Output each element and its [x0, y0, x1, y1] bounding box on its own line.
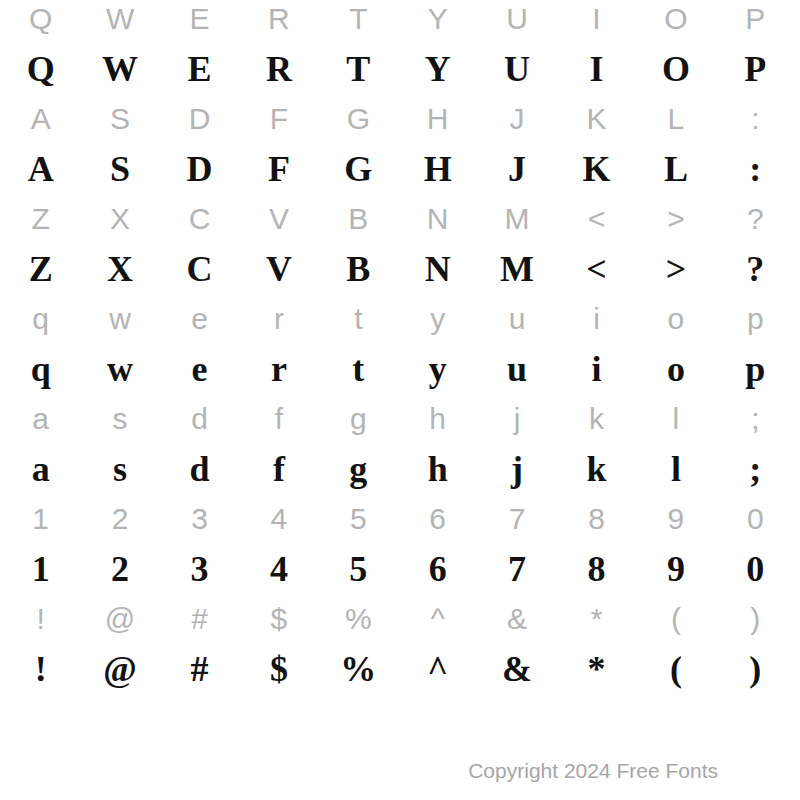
- char-cell-black-r5-c6: M: [477, 244, 556, 294]
- char-cell-black-r11-c5: 6: [398, 544, 477, 594]
- char-cell-black-r11-c4: 5: [319, 544, 398, 594]
- char-cell-black-r5-c5: N: [398, 244, 477, 294]
- char-cell-gray-r4-c0: Z: [1, 194, 80, 244]
- char-cell-black-r5-c0: Z: [1, 244, 80, 294]
- char-cell-black-r13-c1: @: [80, 644, 159, 694]
- char-cell-gray-r12-c2: #: [160, 594, 239, 644]
- char-cell-black-r11-c3: 4: [239, 544, 318, 594]
- char-cell-gray-r10-c4: 5: [319, 494, 398, 544]
- char-cell-gray-r0-c9: P: [716, 0, 795, 44]
- char-cell-gray-r2-c5: H: [398, 94, 477, 144]
- character-grid: QWERTYUIOPQWERTYUIOPASDFGHJKL:ASDFGHJKL:…: [1, 0, 795, 694]
- char-cell-gray-r8-c0: a: [1, 394, 80, 444]
- char-cell-black-r9-c3: f: [239, 444, 318, 494]
- char-cell-gray-r0-c4: T: [319, 0, 398, 44]
- char-cell-gray-r8-c3: f: [239, 394, 318, 444]
- char-cell-black-r9-c7: k: [557, 444, 636, 494]
- char-cell-black-r3-c2: D: [160, 144, 239, 194]
- char-cell-black-r9-c2: d: [160, 444, 239, 494]
- char-cell-black-r13-c2: #: [160, 644, 239, 694]
- char-cell-gray-r6-c7: i: [557, 294, 636, 344]
- char-cell-black-r7-c3: r: [239, 344, 318, 394]
- char-cell-gray-r6-c8: o: [636, 294, 715, 344]
- font-specimen-sheet: QWERTYUIOPQWERTYUIOPASDFGHJKL:ASDFGHJKL:…: [0, 0, 800, 800]
- char-cell-gray-r12-c5: ^: [398, 594, 477, 644]
- char-cell-gray-r6-c1: w: [80, 294, 159, 344]
- char-cell-gray-r0-c6: U: [477, 0, 556, 44]
- char-cell-black-r5-c9: ?: [716, 244, 795, 294]
- char-cell-black-r9-c1: s: [80, 444, 159, 494]
- char-cell-gray-r12-c4: %: [319, 594, 398, 644]
- char-cell-gray-r4-c9: ?: [716, 194, 795, 244]
- char-cell-gray-r2-c9: :: [716, 94, 795, 144]
- char-cell-gray-r10-c7: 8: [557, 494, 636, 544]
- char-cell-black-r1-c3: R: [239, 44, 318, 94]
- char-cell-gray-r4-c6: M: [477, 194, 556, 244]
- char-cell-gray-r8-c8: l: [636, 394, 715, 444]
- char-cell-gray-r12-c9: ): [716, 594, 795, 644]
- char-cell-black-r5-c1: X: [80, 244, 159, 294]
- char-cell-black-r7-c0: q: [1, 344, 80, 394]
- char-cell-gray-r2-c2: D: [160, 94, 239, 144]
- char-cell-gray-r0-c7: I: [557, 0, 636, 44]
- char-cell-black-r7-c2: e: [160, 344, 239, 394]
- char-cell-black-r7-c4: t: [319, 344, 398, 394]
- char-cell-gray-r10-c2: 3: [160, 494, 239, 544]
- char-cell-gray-r4-c4: B: [319, 194, 398, 244]
- char-cell-black-r3-c7: K: [557, 144, 636, 194]
- char-cell-gray-r2-c6: J: [477, 94, 556, 144]
- char-cell-black-r1-c5: Y: [398, 44, 477, 94]
- char-cell-black-r1-c2: E: [160, 44, 239, 94]
- char-cell-black-r13-c4: %: [319, 644, 398, 694]
- char-cell-black-r13-c5: ^: [398, 644, 477, 694]
- char-cell-black-r9-c0: a: [1, 444, 80, 494]
- char-cell-black-r5-c2: C: [160, 244, 239, 294]
- char-cell-black-r1-c9: P: [716, 44, 795, 94]
- char-cell-black-r7-c6: u: [477, 344, 556, 394]
- char-cell-gray-r4-c3: V: [239, 194, 318, 244]
- char-cell-black-r7-c7: i: [557, 344, 636, 394]
- char-cell-black-r3-c8: L: [636, 144, 715, 194]
- char-cell-black-r11-c1: 2: [80, 544, 159, 594]
- char-cell-black-r11-c7: 8: [557, 544, 636, 594]
- char-cell-black-r13-c7: *: [557, 644, 636, 694]
- char-cell-black-r7-c8: o: [636, 344, 715, 394]
- char-cell-gray-r6-c3: r: [239, 294, 318, 344]
- char-cell-black-r7-c1: w: [80, 344, 159, 394]
- char-cell-gray-r10-c1: 2: [80, 494, 159, 544]
- char-cell-gray-r8-c2: d: [160, 394, 239, 444]
- char-cell-gray-r6-c4: t: [319, 294, 398, 344]
- char-cell-gray-r12-c6: &: [477, 594, 556, 644]
- char-cell-gray-r10-c9: 0: [716, 494, 795, 544]
- char-cell-black-r13-c3: $: [239, 644, 318, 694]
- char-cell-black-r11-c6: 7: [477, 544, 556, 594]
- char-cell-gray-r12-c0: !: [1, 594, 80, 644]
- char-cell-black-r7-c9: p: [716, 344, 795, 394]
- char-cell-black-r11-c0: 1: [1, 544, 80, 594]
- char-cell-gray-r4-c1: X: [80, 194, 159, 244]
- char-cell-gray-r6-c2: e: [160, 294, 239, 344]
- char-cell-gray-r0-c5: Y: [398, 0, 477, 44]
- char-cell-black-r3-c4: G: [319, 144, 398, 194]
- char-cell-gray-r2-c8: L: [636, 94, 715, 144]
- char-cell-gray-r0-c2: E: [160, 0, 239, 44]
- char-cell-gray-r0-c8: O: [636, 0, 715, 44]
- char-cell-gray-r2-c0: A: [1, 94, 80, 144]
- char-cell-gray-r12-c3: $: [239, 594, 318, 644]
- char-cell-gray-r6-c5: y: [398, 294, 477, 344]
- char-cell-black-r11-c8: 9: [636, 544, 715, 594]
- char-cell-gray-r8-c4: g: [319, 394, 398, 444]
- char-cell-gray-r0-c0: Q: [1, 0, 80, 44]
- char-cell-black-r3-c1: S: [80, 144, 159, 194]
- char-cell-black-r1-c8: O: [636, 44, 715, 94]
- char-cell-black-r9-c9: ;: [716, 444, 795, 494]
- char-cell-black-r13-c6: &: [477, 644, 556, 694]
- char-cell-black-r3-c0: A: [1, 144, 80, 194]
- char-cell-black-r7-c5: y: [398, 344, 477, 394]
- char-cell-gray-r8-c1: s: [80, 394, 159, 444]
- char-cell-black-r5-c7: <: [557, 244, 636, 294]
- char-cell-gray-r10-c3: 4: [239, 494, 318, 544]
- char-cell-black-r3-c3: F: [239, 144, 318, 194]
- char-cell-black-r3-c9: :: [716, 144, 795, 194]
- char-cell-black-r1-c4: T: [319, 44, 398, 94]
- char-cell-gray-r10-c6: 7: [477, 494, 556, 544]
- char-cell-gray-r4-c8: >: [636, 194, 715, 244]
- char-cell-gray-r0-c1: W: [80, 0, 159, 44]
- char-cell-gray-r4-c2: C: [160, 194, 239, 244]
- char-cell-black-r11-c2: 3: [160, 544, 239, 594]
- char-cell-gray-r0-c3: R: [239, 0, 318, 44]
- char-cell-black-r1-c1: W: [80, 44, 159, 94]
- char-cell-black-r9-c5: h: [398, 444, 477, 494]
- char-cell-black-r5-c8: >: [636, 244, 715, 294]
- char-cell-gray-r6-c9: p: [716, 294, 795, 344]
- char-cell-gray-r8-c5: h: [398, 394, 477, 444]
- char-cell-gray-r8-c7: k: [557, 394, 636, 444]
- char-cell-black-r9-c4: g: [319, 444, 398, 494]
- char-cell-gray-r10-c0: 1: [1, 494, 80, 544]
- char-cell-gray-r2-c3: F: [239, 94, 318, 144]
- char-cell-gray-r2-c1: S: [80, 94, 159, 144]
- char-cell-black-r1-c0: Q: [1, 44, 80, 94]
- char-cell-black-r3-c6: J: [477, 144, 556, 194]
- char-cell-black-r9-c8: l: [636, 444, 715, 494]
- char-cell-black-r13-c9: ): [716, 644, 795, 694]
- char-cell-black-r5-c4: B: [319, 244, 398, 294]
- char-cell-gray-r2-c7: K: [557, 94, 636, 144]
- char-cell-gray-r8-c9: ;: [716, 394, 795, 444]
- char-cell-gray-r12-c7: *: [557, 594, 636, 644]
- char-cell-gray-r12-c8: (: [636, 594, 715, 644]
- char-cell-gray-r6-c0: q: [1, 294, 80, 344]
- char-cell-gray-r10-c5: 6: [398, 494, 477, 544]
- char-cell-black-r1-c7: I: [557, 44, 636, 94]
- char-cell-black-r3-c5: H: [398, 144, 477, 194]
- char-cell-gray-r6-c6: u: [477, 294, 556, 344]
- char-cell-black-r5-c3: V: [239, 244, 318, 294]
- char-cell-black-r13-c0: !: [1, 644, 80, 694]
- char-cell-gray-r10-c8: 9: [636, 494, 715, 544]
- char-cell-gray-r2-c4: G: [319, 94, 398, 144]
- char-cell-black-r13-c8: (: [636, 644, 715, 694]
- char-cell-black-r1-c6: U: [477, 44, 556, 94]
- char-cell-black-r9-c6: j: [477, 444, 556, 494]
- char-cell-gray-r4-c7: <: [557, 194, 636, 244]
- char-cell-black-r11-c9: 0: [716, 544, 795, 594]
- char-cell-gray-r8-c6: j: [477, 394, 556, 444]
- copyright-text: Copyright 2024 Free Fonts: [468, 759, 718, 783]
- char-cell-gray-r4-c5: N: [398, 194, 477, 244]
- char-cell-gray-r12-c1: @: [80, 594, 159, 644]
